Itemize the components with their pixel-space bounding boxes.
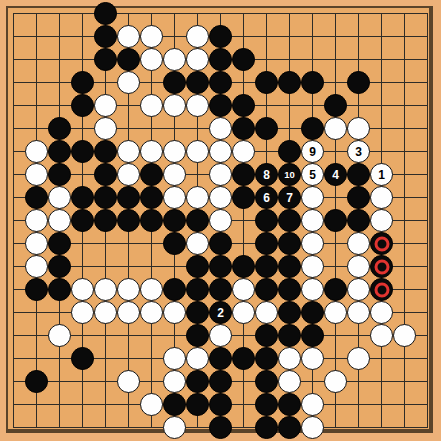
stone-black-c9-r10 (186, 209, 209, 232)
stone-black-c12-r18 (255, 393, 278, 416)
stone-white-c11-r14 (232, 301, 255, 324)
stone-black-c10-r3 (209, 48, 232, 71)
stone-black-c7-r9 (140, 186, 163, 209)
stone-black-c8-r10 (163, 209, 186, 232)
move-7-stone-black: 7 (278, 186, 301, 209)
stone-white-c9-r2 (186, 25, 209, 48)
stone-white-c5-r14 (94, 301, 117, 324)
stone-white-c15-r14 (324, 301, 347, 324)
stone-black-c4-r5 (71, 94, 94, 117)
stone-black-c5-r8 (94, 163, 117, 186)
stone-white-c8-r17 (163, 370, 186, 393)
stone-white-c7-r18 (140, 393, 163, 416)
stone-white-c7-r5 (140, 94, 163, 117)
stone-white-c13-r17 (278, 370, 301, 393)
stone-white-c7-r7 (140, 140, 163, 163)
stone-black-c2-r17 (25, 370, 48, 393)
stone-white-c17-r14 (370, 301, 393, 324)
stone-white-c14-r11 (301, 232, 324, 255)
stone-black-c17-r11 (370, 232, 393, 255)
move-8-stone-black: 8 (255, 163, 278, 186)
stone-white-c15-r6 (324, 117, 347, 140)
stone-white-c10-r7 (209, 140, 232, 163)
stone-black-c7-r10 (140, 209, 163, 232)
stone-black-c14-r4 (301, 71, 324, 94)
stone-black-c15-r13 (324, 278, 347, 301)
stone-black-c13-r12 (278, 255, 301, 278)
stone-black-c5-r9 (94, 186, 117, 209)
stone-white-c14-r12 (301, 255, 324, 278)
board-stones-layer: 93810541672 (0, 0, 441, 441)
red-circle-mark (374, 282, 389, 297)
move-5-stone-white: 5 (301, 163, 324, 186)
stone-black-c15-r10 (324, 209, 347, 232)
stone-black-c8-r18 (163, 393, 186, 416)
stone-black-c6-r10 (117, 209, 140, 232)
stone-black-c11-r6 (232, 117, 255, 140)
stone-white-c16-r12 (347, 255, 370, 278)
stone-white-c4-r14 (71, 301, 94, 324)
stone-white-c10-r8 (209, 163, 232, 186)
stone-white-c6-r14 (117, 301, 140, 324)
stone-white-c4-r13 (71, 278, 94, 301)
stone-black-c3-r8 (48, 163, 71, 186)
stone-black-c9-r14 (186, 301, 209, 324)
stone-white-c9-r7 (186, 140, 209, 163)
stone-white-c6-r7 (117, 140, 140, 163)
stone-black-c9-r4 (186, 71, 209, 94)
stone-black-c12-r10 (255, 209, 278, 232)
stone-white-c5-r13 (94, 278, 117, 301)
stone-white-c16-r6 (347, 117, 370, 140)
stone-white-c11-r7 (232, 140, 255, 163)
stone-white-c3-r10 (48, 209, 71, 232)
stone-black-c12-r4 (255, 71, 278, 94)
stone-white-c6-r2 (117, 25, 140, 48)
stone-white-c16-r14 (347, 301, 370, 324)
stone-black-c5-r1 (94, 2, 117, 25)
stone-white-c10-r6 (209, 117, 232, 140)
stone-white-c2-r11 (25, 232, 48, 255)
stone-white-c9-r9 (186, 186, 209, 209)
stone-white-c14-r9 (301, 186, 324, 209)
move-6-stone-black: 6 (255, 186, 278, 209)
stone-white-c2-r12 (25, 255, 48, 278)
stone-black-c11-r8 (232, 163, 255, 186)
stone-black-c16-r8 (347, 163, 370, 186)
stone-white-c14-r19 (301, 416, 324, 439)
stone-black-c10-r13 (209, 278, 232, 301)
stone-black-c12-r6 (255, 117, 278, 140)
stone-white-c5-r6 (94, 117, 117, 140)
stone-white-c11-r13 (232, 278, 255, 301)
stone-white-c15-r17 (324, 370, 347, 393)
stone-black-c10-r18 (209, 393, 232, 416)
stone-white-c16-r16 (347, 347, 370, 370)
stone-black-c14-r15 (301, 324, 324, 347)
stone-white-c14-r10 (301, 209, 324, 232)
stone-white-c6-r4 (117, 71, 140, 94)
stone-black-c9-r17 (186, 370, 209, 393)
stone-black-c6-r9 (117, 186, 140, 209)
stone-white-c14-r18 (301, 393, 324, 416)
stone-black-c3-r13 (48, 278, 71, 301)
stone-black-c11-r9 (232, 186, 255, 209)
stone-white-c7-r14 (140, 301, 163, 324)
stone-white-c9-r16 (186, 347, 209, 370)
stone-black-c13-r11 (278, 232, 301, 255)
stone-black-c5-r2 (94, 25, 117, 48)
stone-black-c13-r18 (278, 393, 301, 416)
stone-black-c10-r2 (209, 25, 232, 48)
stone-white-c17-r15 (370, 324, 393, 347)
stone-black-c3-r12 (48, 255, 71, 278)
stone-black-c12-r17 (255, 370, 278, 393)
stone-black-c17-r12 (370, 255, 393, 278)
stone-white-c8-r7 (163, 140, 186, 163)
stone-black-c13-r10 (278, 209, 301, 232)
stone-black-c4-r9 (71, 186, 94, 209)
stone-white-c6-r17 (117, 370, 140, 393)
stone-black-c12-r13 (255, 278, 278, 301)
stone-black-c4-r4 (71, 71, 94, 94)
stone-white-c8-r8 (163, 163, 186, 186)
stone-white-c3-r15 (48, 324, 71, 347)
stone-white-c18-r15 (393, 324, 416, 347)
stone-white-c3-r9 (48, 186, 71, 209)
stone-white-c10-r15 (209, 324, 232, 347)
stone-black-c10-r5 (209, 94, 232, 117)
stone-white-c14-r16 (301, 347, 324, 370)
stone-black-c6-r3 (117, 48, 140, 71)
stone-black-c3-r11 (48, 232, 71, 255)
stone-white-c10-r10 (209, 209, 232, 232)
go-board-diagram: 93810541672 (0, 0, 441, 441)
stone-black-c7-r8 (140, 163, 163, 186)
stone-black-c14-r6 (301, 117, 324, 140)
stone-white-c17-r9 (370, 186, 393, 209)
stone-black-c10-r17 (209, 370, 232, 393)
stone-black-c8-r13 (163, 278, 186, 301)
stone-white-c8-r16 (163, 347, 186, 370)
stone-white-c16-r13 (347, 278, 370, 301)
stone-black-c11-r16 (232, 347, 255, 370)
stone-white-c8-r3 (163, 48, 186, 71)
stone-white-c17-r10 (370, 209, 393, 232)
stone-black-c13-r19 (278, 416, 301, 439)
stone-black-c5-r10 (94, 209, 117, 232)
stone-white-c6-r13 (117, 278, 140, 301)
stone-black-c12-r16 (255, 347, 278, 370)
stone-black-c16-r9 (347, 186, 370, 209)
stone-white-c16-r11 (347, 232, 370, 255)
stone-black-c13-r7 (278, 140, 301, 163)
stone-black-c2-r13 (25, 278, 48, 301)
stone-white-c8-r14 (163, 301, 186, 324)
stone-black-c17-r13 (370, 278, 393, 301)
stone-white-c8-r5 (163, 94, 186, 117)
stone-black-c11-r5 (232, 94, 255, 117)
stone-white-c9-r3 (186, 48, 209, 71)
stone-white-c14-r13 (301, 278, 324, 301)
stone-white-c9-r11 (186, 232, 209, 255)
stone-black-c2-r9 (25, 186, 48, 209)
stone-black-c9-r15 (186, 324, 209, 347)
stone-black-c12-r15 (255, 324, 278, 347)
stone-black-c16-r10 (347, 209, 370, 232)
stone-white-c8-r9 (163, 186, 186, 209)
stone-black-c10-r19 (209, 416, 232, 439)
stone-black-c9-r13 (186, 278, 209, 301)
stone-black-c4-r10 (71, 209, 94, 232)
stone-black-c12-r19 (255, 416, 278, 439)
move-1-stone-white: 1 (370, 163, 393, 186)
stone-black-c9-r12 (186, 255, 209, 278)
stone-black-c13-r14 (278, 301, 301, 324)
stone-black-c15-r5 (324, 94, 347, 117)
stone-white-c7-r2 (140, 25, 163, 48)
stone-black-c8-r11 (163, 232, 186, 255)
stone-black-c9-r18 (186, 393, 209, 416)
stone-white-c12-r14 (255, 301, 278, 324)
stone-black-c4-r7 (71, 140, 94, 163)
stone-black-c8-r4 (163, 71, 186, 94)
stone-black-c10-r4 (209, 71, 232, 94)
red-circle-mark (374, 236, 389, 251)
stone-white-c6-r8 (117, 163, 140, 186)
move-9-stone-white: 9 (301, 140, 324, 163)
stone-black-c13-r13 (278, 278, 301, 301)
stone-black-c10-r16 (209, 347, 232, 370)
move-2-stone-black: 2 (209, 301, 232, 324)
stone-white-c7-r3 (140, 48, 163, 71)
stone-white-c13-r16 (278, 347, 301, 370)
stone-black-c13-r15 (278, 324, 301, 347)
stone-black-c4-r16 (71, 347, 94, 370)
stone-black-c11-r3 (232, 48, 255, 71)
red-circle-mark (374, 259, 389, 274)
stone-black-c10-r11 (209, 232, 232, 255)
stone-black-c12-r11 (255, 232, 278, 255)
stone-black-c12-r12 (255, 255, 278, 278)
stone-black-c5-r7 (94, 140, 117, 163)
stone-white-c9-r5 (186, 94, 209, 117)
stone-black-c10-r12 (209, 255, 232, 278)
stone-white-c7-r13 (140, 278, 163, 301)
move-10-stone-black: 10 (278, 163, 301, 186)
stone-white-c8-r19 (163, 416, 186, 439)
move-3-stone-white: 3 (347, 140, 370, 163)
stone-black-c14-r14 (301, 301, 324, 324)
stone-white-c2-r7 (25, 140, 48, 163)
stone-white-c2-r8 (25, 163, 48, 186)
stone-black-c16-r4 (347, 71, 370, 94)
move-4-stone-black: 4 (324, 163, 347, 186)
stone-white-c10-r9 (209, 186, 232, 209)
stone-black-c13-r4 (278, 71, 301, 94)
stone-white-c5-r5 (94, 94, 117, 117)
stone-black-c3-r6 (48, 117, 71, 140)
stone-black-c11-r12 (232, 255, 255, 278)
stone-white-c2-r10 (25, 209, 48, 232)
stone-black-c5-r3 (94, 48, 117, 71)
stone-black-c3-r7 (48, 140, 71, 163)
